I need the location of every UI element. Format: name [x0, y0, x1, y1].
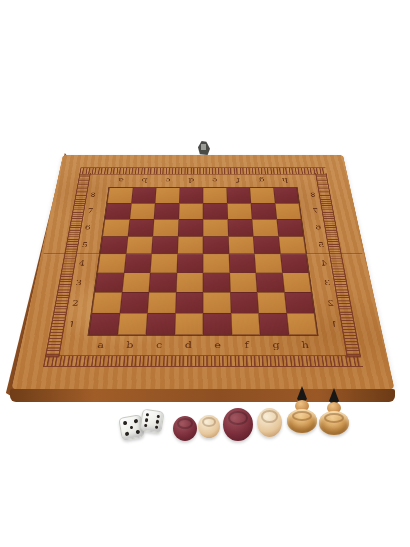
- square-e1[interactable]: [203, 313, 232, 335]
- square-f4[interactable]: [229, 254, 256, 273]
- square-g5[interactable]: [253, 236, 280, 254]
- square-e4[interactable]: [203, 254, 229, 273]
- die-pip: [155, 420, 159, 424]
- rank-label: 7: [307, 203, 324, 219]
- square-b2[interactable]: [120, 292, 149, 313]
- square-g4[interactable]: [254, 254, 282, 273]
- pawn-base: [287, 409, 317, 433]
- square-b3[interactable]: [122, 273, 150, 293]
- square-c2[interactable]: [147, 292, 176, 313]
- checker-light-large[interactable]: [257, 408, 282, 437]
- square-a3[interactable]: [95, 273, 124, 293]
- die-pip: [145, 413, 149, 417]
- meander-border-top: [79, 167, 326, 174]
- square-g6[interactable]: [252, 219, 278, 236]
- rank-label: 1: [62, 314, 82, 336]
- checkerboard-grid: [87, 187, 318, 336]
- checker-dark-small[interactable]: [173, 416, 197, 441]
- die-pip: [154, 425, 158, 429]
- die-pip: [156, 414, 160, 418]
- die-pip: [136, 430, 141, 435]
- square-h5[interactable]: [278, 236, 306, 254]
- square-d4[interactable]: [177, 254, 203, 273]
- square-f6[interactable]: [228, 219, 254, 236]
- rank-label: 8: [85, 187, 101, 203]
- square-g1[interactable]: [259, 313, 289, 335]
- square-h4[interactable]: [280, 254, 308, 273]
- square-b6[interactable]: [128, 219, 154, 236]
- meander-border-bottom: [43, 355, 363, 367]
- file-label: h: [273, 176, 297, 184]
- file-label: e: [203, 176, 227, 184]
- file-label: g: [250, 176, 274, 184]
- square-f1[interactable]: [231, 313, 260, 335]
- file-label: f: [232, 339, 262, 351]
- square-d8[interactable]: [179, 188, 203, 203]
- square-c8[interactable]: [155, 188, 179, 203]
- die-pip: [144, 418, 148, 422]
- pawn-1[interactable]: [285, 386, 319, 436]
- square-c6[interactable]: [153, 219, 179, 236]
- file-label: a: [109, 176, 133, 184]
- square-b7[interactable]: [129, 203, 155, 219]
- file-label: a: [85, 339, 116, 351]
- file-label: d: [174, 339, 203, 351]
- square-h8[interactable]: [273, 188, 299, 203]
- square-c5[interactable]: [152, 236, 178, 254]
- rank-label: 8: [305, 187, 321, 203]
- square-d3[interactable]: [176, 273, 203, 293]
- rank-label: 5: [312, 236, 330, 254]
- square-c7[interactable]: [154, 203, 179, 219]
- square-f7[interactable]: [227, 203, 252, 219]
- square-a8[interactable]: [107, 188, 133, 203]
- square-h2[interactable]: [284, 292, 314, 313]
- rank-label: 3: [69, 273, 88, 293]
- die-pip: [144, 423, 148, 427]
- rank-label: 2: [321, 293, 340, 314]
- square-b5[interactable]: [126, 236, 153, 254]
- square-h7[interactable]: [275, 203, 301, 219]
- square-f3[interactable]: [229, 273, 257, 293]
- square-g3[interactable]: [256, 273, 284, 293]
- square-e5[interactable]: [203, 236, 229, 254]
- die-pip: [129, 425, 134, 430]
- rank-label: 5: [76, 236, 94, 254]
- square-a2[interactable]: [92, 292, 122, 313]
- die-2[interactable]: [139, 408, 164, 433]
- rank-label: 4: [315, 254, 333, 273]
- square-h3[interactable]: [282, 273, 311, 293]
- fold-seam: [43, 253, 362, 254]
- square-g8[interactable]: [250, 188, 275, 203]
- rank-label: 4: [73, 254, 91, 273]
- rank-label: 6: [79, 219, 96, 236]
- die-pip: [124, 432, 129, 437]
- rank-label: 3: [318, 273, 337, 293]
- square-f8[interactable]: [226, 188, 250, 203]
- square-g2[interactable]: [257, 292, 286, 313]
- clasp-icon: [198, 141, 210, 155]
- square-d7[interactable]: [178, 203, 203, 219]
- square-a6[interactable]: [103, 219, 130, 236]
- square-e3[interactable]: [203, 273, 230, 293]
- pawn-2[interactable]: [317, 388, 351, 438]
- square-a5[interactable]: [100, 236, 128, 254]
- square-e8[interactable]: [203, 188, 227, 203]
- rank-label: 6: [310, 219, 327, 236]
- file-label: h: [290, 339, 321, 351]
- photo-stage: a b c d e f g h 8 7 6 5 4 3 2 1 8: [0, 0, 410, 547]
- square-g7[interactable]: [251, 203, 277, 219]
- checker-dark-large[interactable]: [223, 408, 253, 441]
- file-label: e: [203, 339, 232, 351]
- file-label: d: [179, 176, 203, 184]
- square-c3[interactable]: [149, 273, 177, 293]
- square-h1[interactable]: [286, 313, 317, 335]
- file-label: c: [144, 339, 174, 351]
- rank-label: 7: [82, 203, 99, 219]
- square-f5[interactable]: [228, 236, 254, 254]
- square-c4[interactable]: [150, 254, 177, 273]
- square-d6[interactable]: [178, 219, 203, 236]
- die-pip: [122, 420, 127, 425]
- square-e6[interactable]: [203, 219, 228, 236]
- square-c1[interactable]: [146, 313, 175, 335]
- chess-board: a b c d e f g h 8 7 6 5 4 3 2 1 8: [11, 155, 394, 390]
- file-label: f: [226, 176, 250, 184]
- square-b4[interactable]: [124, 254, 152, 273]
- file-label: c: [156, 176, 180, 184]
- square-a4[interactable]: [98, 254, 126, 273]
- file-label: g: [261, 339, 291, 351]
- square-d2[interactable]: [175, 292, 203, 313]
- square-e7[interactable]: [203, 203, 228, 219]
- file-labels-top: a b c d e f g h: [109, 176, 297, 184]
- file-labels-bottom: a b c d e f g h: [85, 339, 321, 351]
- square-a7[interactable]: [105, 203, 131, 219]
- square-h6[interactable]: [277, 219, 304, 236]
- square-b1[interactable]: [117, 313, 147, 335]
- rank-label: 2: [66, 293, 85, 314]
- die-pip: [134, 418, 139, 423]
- square-f2[interactable]: [230, 292, 259, 313]
- file-label: b: [115, 339, 145, 351]
- square-b8[interactable]: [131, 188, 156, 203]
- square-e2[interactable]: [203, 292, 231, 313]
- checker-light-small[interactable]: [198, 415, 220, 438]
- square-a1[interactable]: [89, 313, 120, 335]
- square-d1[interactable]: [174, 313, 203, 335]
- file-label: b: [132, 176, 156, 184]
- pawn-base: [319, 411, 349, 435]
- square-d5[interactable]: [177, 236, 203, 254]
